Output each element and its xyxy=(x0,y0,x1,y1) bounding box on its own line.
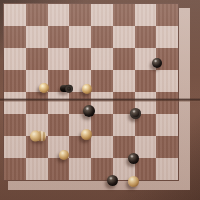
white-pawn-glyph: ♙ xyxy=(81,129,88,137)
pieces-layer: ♟♙♟♙♟♟♙♙♙♟♟♙ xyxy=(0,0,200,200)
white-pawn-c2[interactable]: ♙ xyxy=(59,150,69,160)
white-pawn-d5[interactable]: ♙ xyxy=(82,84,92,94)
black-pawn-g6[interactable]: ♟ xyxy=(152,58,162,68)
black-pawn-glyph: ♟ xyxy=(152,58,159,66)
white-pawn-glyph: ♙ xyxy=(59,150,66,158)
black-pawn-glyph: ♟ xyxy=(128,153,135,161)
black-pawn-c5[interactable]: ♟ xyxy=(57,83,71,93)
white-pawn-f1[interactable]: ♙ xyxy=(128,176,139,187)
black-pawn-glyph: ♟ xyxy=(107,175,114,183)
black-pawn-f4[interactable]: ♟ xyxy=(130,108,141,119)
white-pawn-glyph: ♙ xyxy=(82,84,89,92)
white-pawn-glyph: ♙ xyxy=(39,83,46,91)
white-pawn-d3[interactable]: ♙ xyxy=(81,129,92,140)
white-pawn-b5[interactable]: ♙ xyxy=(39,83,49,93)
fallen-piece-head xyxy=(64,84,72,92)
black-pawn-glyph: ♟ xyxy=(83,105,90,113)
white-pawn-glyph: ♙ xyxy=(128,176,135,184)
chess-board-photo: ♟♙♟♙♟♟♙♙♙♟♟♙ xyxy=(0,0,200,200)
black-pawn-glyph: ♟ xyxy=(130,108,137,116)
black-pawn-f2[interactable]: ♟ xyxy=(128,153,139,164)
black-pawn-d4[interactable]: ♟ xyxy=(83,105,95,117)
black-pawn-e1[interactable]: ♟ xyxy=(107,175,118,186)
white-pawn-b3[interactable]: ♙ xyxy=(30,129,48,143)
